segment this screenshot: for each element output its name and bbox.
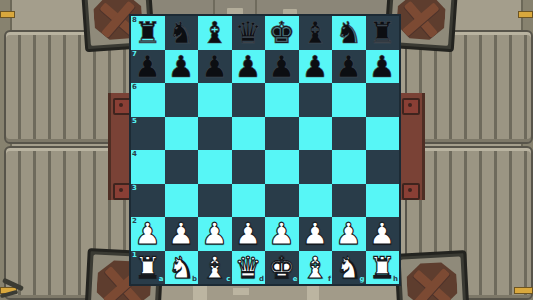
square-f6[interactable] <box>299 83 333 117</box>
rank-label-6: 6 <box>132 84 137 91</box>
square-g1[interactable]: g♞ <box>332 251 366 285</box>
square-b5[interactable] <box>165 117 199 151</box>
square-f1[interactable]: f♝ <box>299 251 333 285</box>
hinge-clasp <box>402 183 420 200</box>
piece-black-pawn[interactable]: ♟ <box>232 50 266 84</box>
chess-board: 8♜♞♝♛♚♝♞♜7♟♟♟♟♟♟♟♟65432♟♟♟♟♟♟♟♟1a♜b♞c♝d♛… <box>129 14 401 286</box>
square-c8[interactable]: ♝ <box>198 16 232 50</box>
file-label-g: g <box>359 276 364 283</box>
piece-white-pawn[interactable]: ♟ <box>198 217 232 251</box>
square-g8[interactable]: ♞ <box>332 16 366 50</box>
piece-white-pawn[interactable]: ♟ <box>165 217 199 251</box>
piece-black-knight[interactable]: ♞ <box>332 16 366 50</box>
square-e6[interactable] <box>265 83 299 117</box>
square-a2[interactable]: 2♟ <box>131 217 165 251</box>
piece-white-pawn[interactable]: ♟ <box>232 217 266 251</box>
rank-label-5: 5 <box>132 118 137 125</box>
square-d4[interactable] <box>232 150 266 184</box>
rank-label-4: 4 <box>132 151 137 158</box>
square-e7[interactable]: ♟ <box>265 50 299 84</box>
square-h2[interactable]: ♟ <box>366 217 400 251</box>
square-b4[interactable] <box>165 150 199 184</box>
square-h5[interactable] <box>366 117 400 151</box>
crate-face <box>401 256 464 300</box>
square-h1[interactable]: h♜ <box>366 251 400 285</box>
square-a3[interactable]: 3 <box>131 184 165 218</box>
square-b8[interactable]: ♞ <box>165 16 199 50</box>
square-c3[interactable] <box>198 184 232 218</box>
file-label-h: h <box>393 276 398 283</box>
floor-post <box>233 288 249 295</box>
file-label-b: b <box>192 276 197 283</box>
gold-trim <box>514 287 533 294</box>
square-a7[interactable]: 7♟ <box>131 50 165 84</box>
square-d8[interactable]: ♛ <box>232 16 266 50</box>
square-e8[interactable]: ♚ <box>265 16 299 50</box>
barrel-top <box>394 0 447 42</box>
square-f3[interactable] <box>299 184 333 218</box>
piece-black-pawn[interactable]: ♟ <box>299 50 333 84</box>
rank-label-2: 2 <box>132 218 137 225</box>
bottom-center-floor <box>131 284 399 300</box>
piece-black-pawn[interactable]: ♟ <box>165 50 199 84</box>
square-f4[interactable] <box>299 150 333 184</box>
piece-black-pawn[interactable]: ♟ <box>198 50 232 84</box>
square-g5[interactable] <box>332 117 366 151</box>
piece-black-bishop[interactable]: ♝ <box>198 16 232 50</box>
square-a1[interactable]: 1a♜ <box>131 251 165 285</box>
square-b1[interactable]: b♞ <box>165 251 199 285</box>
square-a4[interactable]: 4 <box>131 150 165 184</box>
piece-black-knight[interactable]: ♞ <box>165 16 199 50</box>
piece-black-pawn[interactable]: ♟ <box>366 50 400 84</box>
piece-black-rook[interactable]: ♜ <box>366 16 400 50</box>
square-f8[interactable]: ♝ <box>299 16 333 50</box>
board-hinge-right <box>399 93 425 200</box>
rank-label-7: 7 <box>132 51 137 58</box>
floor-post <box>307 284 319 300</box>
rank-label-8: 8 <box>132 17 137 24</box>
square-g3[interactable] <box>332 184 366 218</box>
piece-black-pawn[interactable]: ♟ <box>332 50 366 84</box>
file-label-a: a <box>159 276 164 283</box>
square-e2[interactable]: ♟ <box>265 217 299 251</box>
square-h8[interactable]: ♜ <box>366 16 400 50</box>
piece-black-bishop[interactable]: ♝ <box>299 16 333 50</box>
square-c5[interactable] <box>198 117 232 151</box>
square-g2[interactable]: ♟ <box>332 217 366 251</box>
piece-white-pawn[interactable]: ♟ <box>332 217 366 251</box>
square-a5[interactable]: 5 <box>131 117 165 151</box>
square-h7[interactable]: ♟ <box>366 50 400 84</box>
square-e3[interactable] <box>265 184 299 218</box>
floor-post <box>193 284 207 300</box>
square-f5[interactable] <box>299 117 333 151</box>
square-c1[interactable]: c♝ <box>198 251 232 285</box>
square-d5[interactable] <box>232 117 266 151</box>
file-label-c: c <box>226 276 230 283</box>
square-b2[interactable]: ♟ <box>165 217 199 251</box>
square-d3[interactable] <box>232 184 266 218</box>
barrel-top <box>405 261 459 300</box>
square-f2[interactable]: ♟ <box>299 217 333 251</box>
square-b7[interactable]: ♟ <box>165 50 199 84</box>
piece-black-pawn[interactable]: ♟ <box>265 50 299 84</box>
square-g7[interactable]: ♟ <box>332 50 366 84</box>
square-a6[interactable]: 6 <box>131 83 165 117</box>
square-c2[interactable]: ♟ <box>198 217 232 251</box>
square-d7[interactable]: ♟ <box>232 50 266 84</box>
square-d1[interactable]: d♛ <box>232 251 266 285</box>
square-e4[interactable] <box>265 150 299 184</box>
rank-label-3: 3 <box>132 185 137 192</box>
square-a8[interactable]: 8♜ <box>131 16 165 50</box>
piece-black-queen[interactable]: ♛ <box>232 16 266 50</box>
square-c4[interactable] <box>198 150 232 184</box>
square-g6[interactable] <box>332 83 366 117</box>
gold-trim <box>0 11 15 18</box>
rank-label-1: 1 <box>132 252 137 259</box>
square-g4[interactable] <box>332 150 366 184</box>
square-b3[interactable] <box>165 184 199 218</box>
square-f7[interactable]: ♟ <box>299 50 333 84</box>
square-h3[interactable] <box>366 184 400 218</box>
gold-trim <box>518 11 533 18</box>
square-e1[interactable]: e♚ <box>265 251 299 285</box>
square-h4[interactable] <box>366 150 400 184</box>
square-b6[interactable] <box>165 83 199 117</box>
file-label-d: d <box>259 276 264 283</box>
hinge-clasp <box>402 98 420 115</box>
file-label-e: e <box>293 276 298 283</box>
piece-black-king[interactable]: ♚ <box>265 16 299 50</box>
game-scene: 8♜♞♝♛♚♝♞♜7♟♟♟♟♟♟♟♟65432♟♟♟♟♟♟♟♟1a♜b♞c♝d♛… <box>0 0 533 300</box>
square-e5[interactable] <box>265 117 299 151</box>
square-d2[interactable]: ♟ <box>232 217 266 251</box>
square-c6[interactable] <box>198 83 232 117</box>
file-label-f: f <box>328 276 331 283</box>
piece-white-pawn[interactable]: ♟ <box>366 217 400 251</box>
piece-white-pawn[interactable]: ♟ <box>299 217 333 251</box>
square-h6[interactable] <box>366 83 400 117</box>
crate-bottom-right <box>394 250 469 300</box>
square-c7[interactable]: ♟ <box>198 50 232 84</box>
square-d6[interactable] <box>232 83 266 117</box>
piece-white-pawn[interactable]: ♟ <box>265 217 299 251</box>
